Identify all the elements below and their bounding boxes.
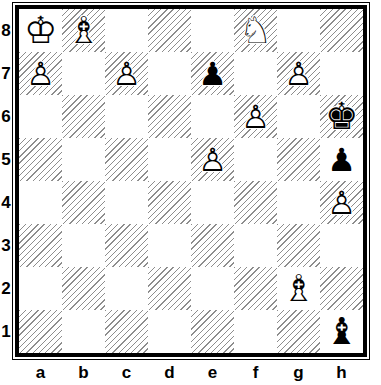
square-h8	[320, 9, 363, 52]
square-e1	[191, 310, 234, 353]
black-bishop-h1: ♝	[320, 310, 363, 353]
square-f7	[234, 52, 277, 95]
square-h1: ♝	[320, 310, 363, 353]
file-label-f: f	[234, 362, 277, 384]
square-a1	[19, 310, 62, 353]
black-king-h6: ♚	[320, 95, 363, 138]
square-g4	[277, 181, 320, 224]
white-pawn-e5: ♙	[191, 138, 234, 181]
square-e8	[191, 9, 234, 52]
square-f5	[234, 138, 277, 181]
rank-label-2: 2	[0, 267, 12, 310]
square-c8	[105, 9, 148, 52]
square-g3	[277, 224, 320, 267]
rank-label-4: 4	[0, 181, 12, 224]
square-c1	[105, 310, 148, 353]
square-h6: ♚	[320, 95, 363, 138]
white-king-fill: ♚	[19, 9, 62, 52]
white-pawn-fill: ♟	[320, 181, 363, 224]
square-d6	[148, 95, 191, 138]
white-bishop-b8: ♗	[62, 9, 105, 52]
file-label-g: g	[277, 362, 320, 384]
square-d7	[148, 52, 191, 95]
rank-label-5: 5	[0, 138, 12, 181]
square-b8: ♝♗	[62, 9, 105, 52]
square-c4	[105, 181, 148, 224]
square-d8	[148, 9, 191, 52]
square-f4	[234, 181, 277, 224]
rank-label-1: 1	[0, 310, 12, 353]
square-b2	[62, 267, 105, 310]
white-king-a8: ♔	[19, 9, 62, 52]
square-g8	[277, 9, 320, 52]
white-bishop-fill: ♝	[62, 9, 105, 52]
square-f6: ♟♙	[234, 95, 277, 138]
white-pawn-h4: ♙	[320, 181, 363, 224]
square-d1	[148, 310, 191, 353]
file-label-b: b	[62, 362, 105, 384]
square-b7	[62, 52, 105, 95]
square-h4: ♟♙	[320, 181, 363, 224]
white-pawn-fill: ♟	[234, 95, 277, 138]
square-f8: ♞♘	[234, 9, 277, 52]
board-outer-border: ♚♔♝♗♞♘♟♙♟♙♟♟♙♟♙♚♟♙♟♟♙♝♗♝	[12, 2, 370, 360]
chess-board: ♚♔♝♗♞♘♟♙♟♙♟♟♙♟♙♚♟♙♟♟♙♝♗♝	[19, 9, 363, 353]
square-a8: ♚♔	[19, 9, 62, 52]
square-c7: ♟♙	[105, 52, 148, 95]
square-g1	[277, 310, 320, 353]
white-pawn-fill: ♟	[277, 52, 320, 95]
square-d4	[148, 181, 191, 224]
square-a4	[19, 181, 62, 224]
white-bishop-g2: ♗	[277, 267, 320, 310]
square-c3	[105, 224, 148, 267]
square-b4	[62, 181, 105, 224]
square-b3	[62, 224, 105, 267]
file-label-e: e	[191, 362, 234, 384]
white-pawn-c7: ♙	[105, 52, 148, 95]
rank-label-6: 6	[0, 95, 12, 138]
square-e4	[191, 181, 234, 224]
rank-label-8: 8	[0, 9, 12, 52]
square-e6	[191, 95, 234, 138]
white-pawn-fill: ♟	[19, 52, 62, 95]
file-label-d: d	[148, 362, 191, 384]
white-pawn-f6: ♙	[234, 95, 277, 138]
rank-label-3: 3	[0, 224, 12, 267]
white-pawn-g7: ♙	[277, 52, 320, 95]
square-g2: ♝♗	[277, 267, 320, 310]
square-d2	[148, 267, 191, 310]
square-h7	[320, 52, 363, 95]
rank-label-7: 7	[0, 52, 12, 95]
white-pawn-a7: ♙	[19, 52, 62, 95]
square-a7: ♟♙	[19, 52, 62, 95]
square-c5	[105, 138, 148, 181]
square-f2	[234, 267, 277, 310]
square-d3	[148, 224, 191, 267]
square-f3	[234, 224, 277, 267]
white-pawn-fill: ♟	[105, 52, 148, 95]
file-label-c: c	[105, 362, 148, 384]
white-knight-f8: ♘	[234, 9, 277, 52]
square-a3	[19, 224, 62, 267]
square-g6	[277, 95, 320, 138]
file-label-a: a	[19, 362, 62, 384]
square-h3	[320, 224, 363, 267]
black-pawn-h5: ♟	[320, 138, 363, 181]
square-e2	[191, 267, 234, 310]
white-knight-fill: ♞	[234, 9, 277, 52]
white-pawn-fill: ♟	[191, 138, 234, 181]
square-b5	[62, 138, 105, 181]
square-e5: ♟♙	[191, 138, 234, 181]
square-f1	[234, 310, 277, 353]
square-h5: ♟	[320, 138, 363, 181]
square-d5	[148, 138, 191, 181]
square-b1	[62, 310, 105, 353]
square-e7: ♟	[191, 52, 234, 95]
square-g7: ♟♙	[277, 52, 320, 95]
file-label-h: h	[320, 362, 363, 384]
white-bishop-fill: ♝	[277, 267, 320, 310]
square-c2	[105, 267, 148, 310]
board-frame: ♚♔♝♗♞♘♟♙♟♙♟♟♙♟♙♚♟♙♟♟♙♝♗♝	[15, 5, 367, 357]
square-a6	[19, 95, 62, 138]
square-e3	[191, 224, 234, 267]
square-a2	[19, 267, 62, 310]
square-h2	[320, 267, 363, 310]
square-g5	[277, 138, 320, 181]
square-c6	[105, 95, 148, 138]
square-b6	[62, 95, 105, 138]
square-a5	[19, 138, 62, 181]
black-pawn-e7: ♟	[191, 52, 234, 95]
chess-diagram: ♚♔♝♗♞♘♟♙♟♙♟♟♙♟♙♚♟♙♟♟♙♝♗♝ 87654321 abcdef…	[0, 0, 381, 385]
